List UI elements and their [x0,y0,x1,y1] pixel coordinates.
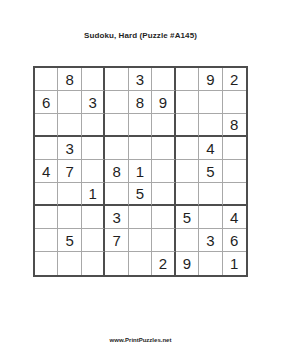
sudoku-cell-r9c4 [105,252,128,275]
sudoku-cell-r1c5: 3 [129,68,152,91]
sudoku-cell-r3c9: 8 [223,114,246,137]
sudoku-cell-r9c6: 2 [152,252,175,275]
sudoku-cell-r9c5 [129,252,152,275]
sudoku-cell-r1c2: 8 [58,68,81,91]
sudoku-cell-r2c3: 3 [82,91,105,114]
sudoku-cell-r5c8: 5 [199,160,222,183]
sudoku-cell-r8c9: 6 [223,229,246,252]
sudoku-cell-r2c5: 8 [129,91,152,114]
sudoku-cell-r3c4 [105,114,128,137]
sudoku-cell-r6c9 [223,183,246,206]
sudoku-cell-r6c3: 1 [82,183,105,206]
sudoku-cell-r7c9: 4 [223,206,246,229]
sudoku-cell-r7c1 [35,206,58,229]
sudoku-cell-r5c3 [82,160,105,183]
sudoku-cell-r8c2: 5 [58,229,81,252]
footer-url: www.PrintPuzzles.net [0,337,281,343]
sudoku-cell-r3c6 [152,114,175,137]
sudoku-cell-r9c9: 1 [223,252,246,275]
sudoku-cell-r9c3 [82,252,105,275]
sudoku-cell-r7c5 [129,206,152,229]
sudoku-cell-r1c7 [176,68,199,91]
sudoku-cell-r7c2 [58,206,81,229]
sudoku-cell-r2c8 [199,91,222,114]
sudoku-cell-r4c7 [176,137,199,160]
sudoku-cell-r6c7 [176,183,199,206]
sudoku-cell-r6c2 [58,183,81,206]
sudoku-cell-r1c3 [82,68,105,91]
sudoku-cell-r3c8 [199,114,222,137]
sudoku-cell-r9c2 [58,252,81,275]
sudoku-cell-r9c1 [35,252,58,275]
sudoku-cell-r6c4 [105,183,128,206]
sudoku-cell-r7c7: 5 [176,206,199,229]
sudoku-cell-r8c5 [129,229,152,252]
sudoku-cell-r5c4: 8 [105,160,128,183]
sudoku-cell-r5c6 [152,160,175,183]
sudoku-cell-r8c4: 7 [105,229,128,252]
sudoku-cell-r3c2 [58,114,81,137]
sudoku-cell-r1c4 [105,68,128,91]
sudoku-cell-r8c7 [176,229,199,252]
sudoku-cell-r1c6 [152,68,175,91]
puzzle-title: Sudoku, Hard (Puzzle #A145) [0,31,281,40]
puzzle-page: Sudoku, Hard (Puzzle #A145) 839263898344… [0,0,281,363]
sudoku-cell-r5c9 [223,160,246,183]
sudoku-cell-r4c4 [105,137,128,160]
sudoku-cell-r1c1 [35,68,58,91]
sudoku-cell-r4c8: 4 [199,137,222,160]
sudoku-cell-r4c9 [223,137,246,160]
sudoku-cell-r5c5: 1 [129,160,152,183]
sudoku-cell-r1c9: 2 [223,68,246,91]
sudoku-cell-r6c8 [199,183,222,206]
sudoku-cell-r2c9 [223,91,246,114]
sudoku-cell-r3c7 [176,114,199,137]
sudoku-cell-r4c1 [35,137,58,160]
sudoku-cell-r3c1 [35,114,58,137]
sudoku-cell-r8c3 [82,229,105,252]
sudoku-cell-r2c4 [105,91,128,114]
sudoku-cell-r9c8 [199,252,222,275]
sudoku-cell-r5c7 [176,160,199,183]
sudoku-cell-r8c6 [152,229,175,252]
sudoku-cell-r2c1: 6 [35,91,58,114]
sudoku-cell-r6c6 [152,183,175,206]
sudoku-cell-r2c7 [176,91,199,114]
sudoku-cell-r8c1 [35,229,58,252]
sudoku-cell-r7c4: 3 [105,206,128,229]
sudoku-cell-r4c2: 3 [58,137,81,160]
sudoku-cell-r4c5 [129,137,152,160]
sudoku-board: 8392638983447815153545736291 [33,66,248,277]
sudoku-cell-r1c8: 9 [199,68,222,91]
sudoku-cell-r7c3 [82,206,105,229]
sudoku-cell-r9c7: 9 [176,252,199,275]
sudoku-cell-r5c2: 7 [58,160,81,183]
sudoku-cell-r7c6 [152,206,175,229]
sudoku-cell-r6c1 [35,183,58,206]
sudoku-cell-r3c3 [82,114,105,137]
sudoku-cell-r3c5 [129,114,152,137]
sudoku-cell-r7c8 [199,206,222,229]
sudoku-cell-r4c6 [152,137,175,160]
sudoku-cell-r5c1: 4 [35,160,58,183]
sudoku-cell-r8c8: 3 [199,229,222,252]
sudoku-cell-r2c6: 9 [152,91,175,114]
sudoku-cell-r6c5: 5 [129,183,152,206]
sudoku-cell-r2c2 [58,91,81,114]
sudoku-cell-r4c3 [82,137,105,160]
